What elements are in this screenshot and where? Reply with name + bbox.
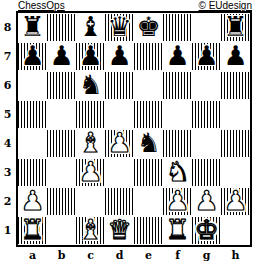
white-queen-d1: ♛ <box>107 215 131 244</box>
white-rook-f1: ♜ <box>165 215 189 244</box>
rank-label-4: 4 <box>0 129 15 158</box>
square-c2 <box>76 187 105 216</box>
file-label-e: e <box>134 248 163 263</box>
square-d4: ♟ <box>105 129 134 158</box>
square-c8: ♝ <box>76 13 105 42</box>
diagram-header: ChessOps © EUdesign <box>0 0 270 11</box>
white-pawn-f2: ♟ <box>165 186 189 215</box>
black-king-e8: ♚ <box>136 12 160 41</box>
square-e8: ♚ <box>134 13 163 42</box>
chessops-diagram: ChessOps © EUdesign 87654321 ♜♝♛♚♜♟♟♟♟♟♟… <box>0 0 270 270</box>
square-a8: ♜ <box>18 13 47 42</box>
rank-label-3: 3 <box>0 158 15 187</box>
square-c6: ♞ <box>76 71 105 100</box>
square-g1: ♚ <box>192 216 221 245</box>
file-label-c: c <box>76 248 105 263</box>
square-g6 <box>192 71 221 100</box>
file-label-f: f <box>163 248 192 263</box>
square-g7: ♟ <box>192 42 221 71</box>
square-g4 <box>192 129 221 158</box>
square-f4 <box>163 129 192 158</box>
square-c5 <box>76 100 105 129</box>
square-e1 <box>134 216 163 245</box>
black-knight-e4: ♞ <box>136 128 160 157</box>
square-c3: ♟ <box>76 158 105 187</box>
square-c1: ♝ <box>76 216 105 245</box>
rank-label-6: 6 <box>0 71 15 100</box>
square-g3 <box>192 158 221 187</box>
square-f2: ♟ <box>163 187 192 216</box>
square-f3: ♞ <box>163 158 192 187</box>
white-pawn-g2: ♟ <box>194 186 218 215</box>
black-rook-h8: ♜ <box>223 12 247 41</box>
file-label-g: g <box>192 248 221 263</box>
white-king-g1: ♚ <box>194 215 218 244</box>
white-rook-a1: ♜ <box>20 215 44 244</box>
square-d3 <box>105 158 134 187</box>
rank-labels: 87654321 <box>0 13 15 245</box>
square-h2: ♟ <box>221 187 250 216</box>
file-label-b: b <box>47 248 76 263</box>
square-b1 <box>47 216 76 245</box>
square-e4: ♞ <box>134 129 163 158</box>
black-pawn-b7: ♟ <box>49 41 73 70</box>
file-label-d: d <box>105 248 134 263</box>
square-b7: ♟ <box>47 42 76 71</box>
black-pawn-g7: ♟ <box>194 41 218 70</box>
rank-label-5: 5 <box>0 100 15 129</box>
black-pawn-h7: ♟ <box>223 41 247 70</box>
square-d7: ♟ <box>105 42 134 71</box>
white-pawn-c3: ♟ <box>78 157 102 186</box>
square-b8 <box>47 13 76 42</box>
square-f7: ♟ <box>163 42 192 71</box>
black-pawn-d7: ♟ <box>107 41 131 70</box>
rank-label-2: 2 <box>0 187 15 216</box>
square-e3 <box>134 158 163 187</box>
square-h3 <box>221 158 250 187</box>
square-a5 <box>18 100 47 129</box>
file-label-h: h <box>221 248 250 263</box>
black-pawn-f7: ♟ <box>165 41 189 70</box>
white-pawn-d4: ♟ <box>107 128 131 157</box>
square-b4 <box>47 129 76 158</box>
square-f6 <box>163 71 192 100</box>
square-b3 <box>47 158 76 187</box>
app-title-link[interactable]: ChessOps <box>18 0 65 11</box>
square-d1: ♛ <box>105 216 134 245</box>
square-h1 <box>221 216 250 245</box>
square-f8 <box>163 13 192 42</box>
square-b5 <box>47 100 76 129</box>
square-g5 <box>192 100 221 129</box>
square-d5 <box>105 100 134 129</box>
file-labels: abcdefgh <box>18 248 250 263</box>
square-b6 <box>47 71 76 100</box>
black-rook-a8: ♜ <box>20 12 44 41</box>
black-bishop-c8: ♝ <box>78 12 102 41</box>
square-d8: ♛ <box>105 13 134 42</box>
black-queen-d8: ♛ <box>107 12 131 41</box>
square-c7: ♟ <box>76 42 105 71</box>
square-g8 <box>192 13 221 42</box>
square-a4 <box>18 129 47 158</box>
square-d6 <box>105 71 134 100</box>
black-pawn-c7: ♟ <box>78 41 102 70</box>
square-a3 <box>18 158 47 187</box>
square-d2 <box>105 187 134 216</box>
black-pawn-a7: ♟ <box>20 41 44 70</box>
white-bishop-c4: ♝ <box>78 128 102 157</box>
square-h8: ♜ <box>221 13 250 42</box>
square-f5 <box>163 100 192 129</box>
square-e6 <box>134 71 163 100</box>
rank-label-1: 1 <box>0 216 15 245</box>
square-b2 <box>47 187 76 216</box>
square-e5 <box>134 100 163 129</box>
square-g2: ♟ <box>192 187 221 216</box>
rank-label-8: 8 <box>0 13 15 42</box>
square-a1: ♜ <box>18 216 47 245</box>
file-label-a: a <box>18 248 47 263</box>
white-pawn-a2: ♟ <box>20 186 44 215</box>
square-a6 <box>18 71 47 100</box>
rank-label-7: 7 <box>0 42 15 71</box>
square-e2 <box>134 187 163 216</box>
chess-board: ♜♝♛♚♜♟♟♟♟♟♟♟♞♝♟♞♟♞♟♟♟♟♜♝♛♜♚ <box>16 11 252 247</box>
square-h5 <box>221 100 250 129</box>
square-c4: ♝ <box>76 129 105 158</box>
credit-link[interactable]: © EUdesign <box>198 0 252 11</box>
square-a7: ♟ <box>18 42 47 71</box>
white-bishop-c1: ♝ <box>78 215 102 244</box>
white-pawn-h2: ♟ <box>223 186 247 215</box>
square-h4 <box>221 129 250 158</box>
square-a2: ♟ <box>18 187 47 216</box>
black-knight-c6: ♞ <box>78 70 102 99</box>
square-h6 <box>221 71 250 100</box>
white-knight-f3: ♞ <box>165 157 189 186</box>
square-h7: ♟ <box>221 42 250 71</box>
square-f1: ♜ <box>163 216 192 245</box>
square-e7 <box>134 42 163 71</box>
